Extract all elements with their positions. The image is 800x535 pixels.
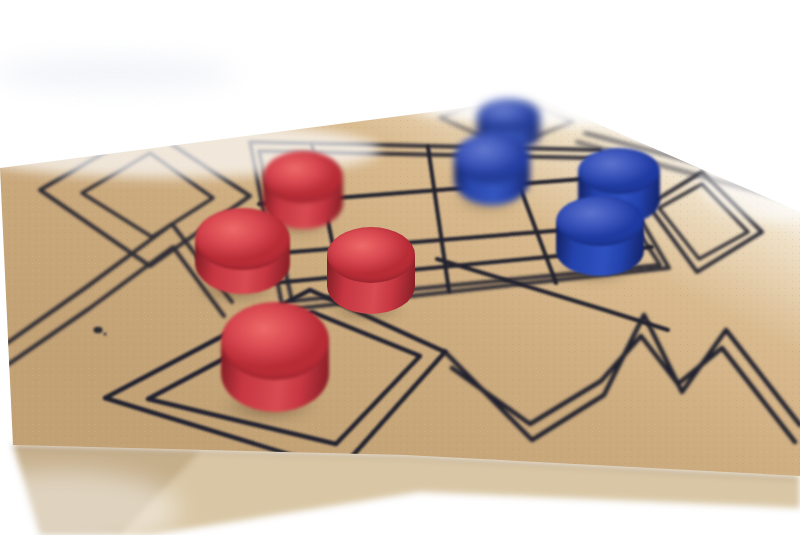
piece-top bbox=[221, 302, 329, 380]
piece-blue-2[interactable] bbox=[454, 133, 530, 205]
background-streak bbox=[0, 59, 235, 87]
piece-top bbox=[195, 208, 290, 270]
board-game-photo bbox=[0, 0, 800, 535]
piece-red-4[interactable] bbox=[221, 302, 329, 412]
piece-red-3[interactable] bbox=[327, 227, 415, 314]
piece-top bbox=[327, 227, 415, 283]
piece-blue-4[interactable] bbox=[556, 196, 644, 276]
piece-top bbox=[454, 133, 530, 183]
piece-top bbox=[578, 148, 660, 194]
piece-top bbox=[477, 99, 540, 132]
piece-red-2[interactable] bbox=[195, 208, 290, 294]
piece-top bbox=[263, 151, 343, 203]
piece-top bbox=[556, 196, 644, 246]
